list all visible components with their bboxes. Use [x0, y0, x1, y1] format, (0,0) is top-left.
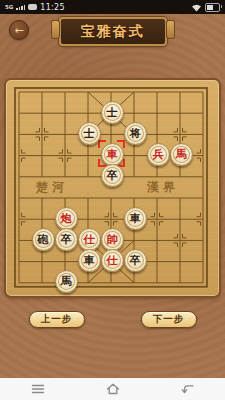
piece-red-chariot[interactable]: 車 — [101, 143, 124, 166]
app-screen: 5G 11:25 ← 宝雅奋式 — [0, 0, 225, 400]
piece-black-soldier[interactable]: 卒 — [124, 249, 147, 272]
xiangqi-board[interactable]: 楚河 漢界 士士将車兵馬卒炮車砲卒仕帥車仕卒馬 — [6, 80, 219, 296]
back-button[interactable]: ← — [9, 20, 29, 40]
status-left: 5G 11:25 — [5, 3, 65, 12]
wifi-icon — [191, 3, 202, 12]
recents-button[interactable] — [0, 384, 75, 394]
home-icon — [106, 383, 120, 395]
piece-red-soldier[interactable]: 兵 — [147, 143, 170, 166]
signal-bars-icon — [16, 5, 25, 10]
step-controls: 上一步 下一步 — [0, 311, 225, 328]
piece-red-general[interactable]: 帥 — [101, 228, 124, 251]
piece-red-advisor[interactable]: 仕 — [101, 249, 124, 272]
piece-black-horse[interactable]: 馬 — [55, 270, 78, 293]
piece-black-soldier[interactable]: 卒 — [101, 164, 124, 187]
battery-icon — [205, 3, 220, 12]
title-plaque: 宝雅奋式 — [59, 17, 167, 46]
menu-icon — [31, 384, 45, 394]
piece-black-advisor[interactable]: 士 — [101, 101, 124, 124]
hd-badge-icon — [28, 4, 37, 10]
page-title: 宝雅奋式 — [81, 23, 145, 41]
header: ← 宝雅奋式 — [0, 14, 225, 58]
piece-black-advisor[interactable]: 士 — [78, 122, 101, 145]
home-button[interactable] — [75, 383, 150, 395]
piece-black-chariot[interactable]: 車 — [124, 207, 147, 230]
piece-black-general[interactable]: 将 — [124, 122, 147, 145]
pieces-layer: 士士将車兵馬卒炮車砲卒仕帥車仕卒馬 — [6, 80, 219, 296]
piece-black-soldier[interactable]: 卒 — [55, 228, 78, 251]
android-nav-bar — [0, 378, 225, 400]
piece-red-horse[interactable]: 馬 — [170, 143, 193, 166]
back-nav-button[interactable] — [150, 383, 225, 395]
status-bar: 5G 11:25 — [0, 0, 225, 14]
piece-black-chariot[interactable]: 車 — [78, 249, 101, 272]
piece-black-cannon[interactable]: 砲 — [32, 228, 55, 251]
piece-red-advisor[interactable]: 仕 — [78, 228, 101, 251]
status-right — [191, 3, 220, 12]
network-type-label: 5G — [5, 4, 13, 10]
arrow-left-icon: ← — [14, 25, 23, 36]
status-time: 11:25 — [40, 3, 65, 12]
next-step-button[interactable]: 下一步 — [141, 311, 197, 328]
piece-red-cannon[interactable]: 炮 — [55, 207, 78, 230]
back-icon — [181, 383, 195, 395]
prev-step-button[interactable]: 上一步 — [29, 311, 85, 328]
